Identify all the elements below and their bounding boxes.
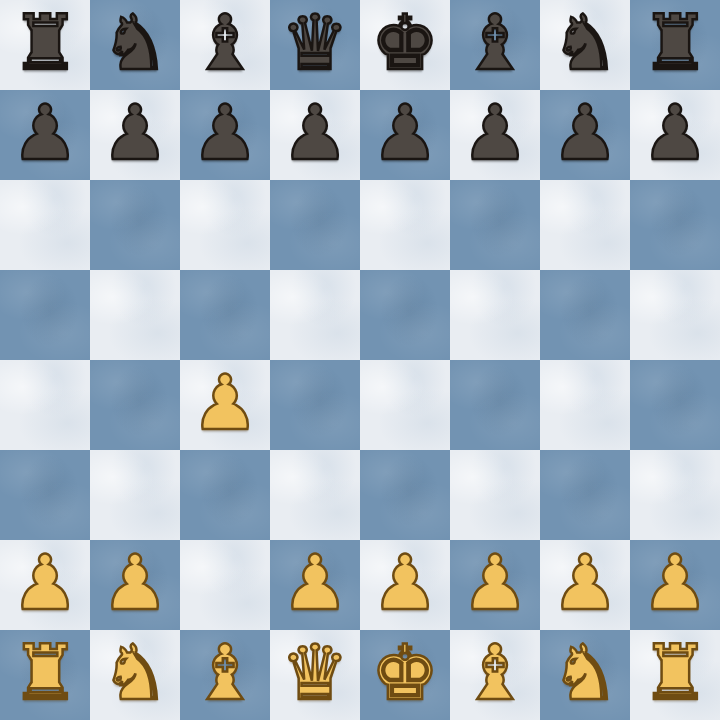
black-pawn-f7[interactable]: ♟ [461,90,529,178]
square-a1[interactable]: ♜ [0,630,90,720]
square-h1[interactable]: ♜ [630,630,720,720]
square-f2[interactable]: ♟ [450,540,540,630]
square-e2[interactable]: ♟ [360,540,450,630]
square-b5[interactable] [90,270,180,360]
square-h8[interactable]: ♜ [630,0,720,90]
square-b3[interactable] [90,450,180,540]
white-pawn-e2[interactable]: ♟ [371,540,439,628]
square-f4[interactable] [450,360,540,450]
square-g1[interactable]: ♞ [540,630,630,720]
square-e7[interactable]: ♟ [360,90,450,180]
white-pawn-g2[interactable]: ♟ [551,540,619,628]
white-pawn-d2[interactable]: ♟ [281,540,349,628]
square-e4[interactable] [360,360,450,450]
square-e5[interactable] [360,270,450,360]
black-bishop-f8[interactable]: ♝ [461,0,529,88]
white-bishop-f1[interactable]: ♝ [461,630,529,718]
black-pawn-e7[interactable]: ♟ [371,90,439,178]
white-rook-a1[interactable]: ♜ [11,630,79,718]
square-c4[interactable]: ♟ [180,360,270,450]
square-g4[interactable] [540,360,630,450]
black-king-e8[interactable]: ♚ [371,0,439,88]
square-d6[interactable] [270,180,360,270]
square-d1[interactable]: ♛ [270,630,360,720]
black-knight-g8[interactable]: ♞ [551,0,619,88]
square-f6[interactable] [450,180,540,270]
white-pawn-f2[interactable]: ♟ [461,540,529,628]
black-queen-d8[interactable]: ♛ [281,0,349,88]
square-f7[interactable]: ♟ [450,90,540,180]
square-g5[interactable] [540,270,630,360]
square-c2[interactable] [180,540,270,630]
black-pawn-c7[interactable]: ♟ [191,90,259,178]
black-pawn-g7[interactable]: ♟ [551,90,619,178]
black-bishop-c8[interactable]: ♝ [191,0,259,88]
square-e3[interactable] [360,450,450,540]
white-queen-d1[interactable]: ♛ [281,630,349,718]
white-knight-b1[interactable]: ♞ [101,630,169,718]
square-a3[interactable] [0,450,90,540]
white-knight-g1[interactable]: ♞ [551,630,619,718]
white-rook-h1[interactable]: ♜ [641,630,709,718]
square-d4[interactable] [270,360,360,450]
square-h3[interactable] [630,450,720,540]
white-king-e1[interactable]: ♚ [371,630,439,718]
square-c8[interactable]: ♝ [180,0,270,90]
black-knight-b8[interactable]: ♞ [101,0,169,88]
square-g6[interactable] [540,180,630,270]
black-pawn-h7[interactable]: ♟ [641,90,709,178]
square-g2[interactable]: ♟ [540,540,630,630]
square-a4[interactable] [0,360,90,450]
square-d5[interactable] [270,270,360,360]
square-a5[interactable] [0,270,90,360]
square-f8[interactable]: ♝ [450,0,540,90]
chess-board: ♜♞♝♛♚♝♞♜♟♟♟♟♟♟♟♟♟♟♟♟♟♟♟♟♜♞♝♛♚♝♞♜ [0,0,720,720]
white-pawn-b2[interactable]: ♟ [101,540,169,628]
square-b2[interactable]: ♟ [90,540,180,630]
chess-board-area: ♜♞♝♛♚♝♞♜♟♟♟♟♟♟♟♟♟♟♟♟♟♟♟♟♜♞♝♛♚♝♞♜ [0,0,720,720]
black-rook-a8[interactable]: ♜ [11,0,79,88]
square-d2[interactable]: ♟ [270,540,360,630]
black-pawn-d7[interactable]: ♟ [281,90,349,178]
square-g3[interactable] [540,450,630,540]
white-pawn-h2[interactable]: ♟ [641,540,709,628]
square-h6[interactable] [630,180,720,270]
white-pawn-c4[interactable]: ♟ [191,360,259,448]
black-rook-h8[interactable]: ♜ [641,0,709,88]
white-pawn-a2[interactable]: ♟ [11,540,79,628]
square-b7[interactable]: ♟ [90,90,180,180]
square-d7[interactable]: ♟ [270,90,360,180]
square-e6[interactable] [360,180,450,270]
square-g8[interactable]: ♞ [540,0,630,90]
square-c1[interactable]: ♝ [180,630,270,720]
square-b4[interactable] [90,360,180,450]
square-c7[interactable]: ♟ [180,90,270,180]
black-pawn-a7[interactable]: ♟ [11,90,79,178]
square-h5[interactable] [630,270,720,360]
square-f1[interactable]: ♝ [450,630,540,720]
square-c6[interactable] [180,180,270,270]
square-f3[interactable] [450,450,540,540]
square-d3[interactable] [270,450,360,540]
square-a7[interactable]: ♟ [0,90,90,180]
square-a8[interactable]: ♜ [0,0,90,90]
square-e8[interactable]: ♚ [360,0,450,90]
square-g7[interactable]: ♟ [540,90,630,180]
square-b1[interactable]: ♞ [90,630,180,720]
square-h2[interactable]: ♟ [630,540,720,630]
square-b8[interactable]: ♞ [90,0,180,90]
square-e1[interactable]: ♚ [360,630,450,720]
square-f5[interactable] [450,270,540,360]
square-a6[interactable] [0,180,90,270]
white-bishop-c1[interactable]: ♝ [191,630,259,718]
black-pawn-b7[interactable]: ♟ [101,90,169,178]
square-h4[interactable] [630,360,720,450]
square-a2[interactable]: ♟ [0,540,90,630]
square-c5[interactable] [180,270,270,360]
square-h7[interactable]: ♟ [630,90,720,180]
square-d8[interactable]: ♛ [270,0,360,90]
square-b6[interactable] [90,180,180,270]
square-c3[interactable] [180,450,270,540]
